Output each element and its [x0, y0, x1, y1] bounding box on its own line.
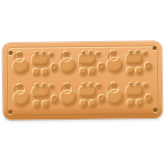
small-round-cavity [32, 100, 40, 108]
cavity-ring [14, 85, 25, 95]
small-bump-cavity [95, 51, 101, 56]
silicone-mold-tray [3, 41, 163, 120]
cavity-ring [52, 96, 56, 100]
small-bump-cavity [142, 50, 148, 55]
cavity-ring [108, 52, 119, 62]
cavity-ring [14, 53, 25, 63]
small-bump-cavity [48, 51, 54, 56]
cavity-group [12, 82, 58, 114]
small-round-cavity [126, 98, 134, 106]
cavity-group [59, 50, 105, 82]
corner-hole [153, 46, 157, 50]
small-round-cavity [79, 99, 87, 107]
small-round-cavity [88, 67, 96, 75]
lobed-cavity [31, 53, 49, 65]
cavity-ring [108, 84, 119, 94]
cavity-ring [61, 52, 72, 62]
product-photo [0, 0, 165, 165]
lobed-cavity [78, 53, 96, 65]
small-round-cavity [41, 67, 49, 75]
knob-cavity [135, 49, 140, 53]
small-round-cavity [41, 99, 49, 107]
cavity-ring [61, 84, 72, 94]
cavity-group [12, 50, 58, 82]
knob-cavity [41, 50, 46, 54]
cavity-ring [146, 63, 150, 67]
small-round-cavity [79, 67, 87, 75]
small-round-cavity [135, 66, 143, 74]
knob-cavity [135, 81, 140, 85]
knob-cavity [34, 83, 39, 87]
corner-hole [153, 108, 157, 112]
cavity-ring [146, 95, 150, 99]
cavity-group [106, 81, 152, 113]
knob-cavity [128, 49, 133, 53]
knob-cavity [88, 82, 93, 86]
small-round-cavity [32, 68, 40, 76]
cavity-ring [99, 64, 103, 68]
small-round-cavity [88, 99, 96, 107]
small-round-cavity [135, 98, 143, 106]
knob-cavity [128, 81, 133, 85]
knob-cavity [34, 51, 39, 55]
cavity-ring [99, 96, 103, 100]
lobed-cavity [31, 85, 49, 97]
knob-cavity [81, 50, 86, 54]
lobed-cavity [78, 85, 96, 97]
knob-cavity [81, 82, 86, 86]
cavity-ring [52, 64, 56, 68]
small-bump-cavity [48, 83, 54, 88]
small-bump-cavity [142, 82, 148, 87]
knob-cavity [41, 82, 46, 86]
lobed-cavity [125, 52, 143, 64]
knob-cavity [88, 50, 93, 54]
cavity-group [59, 82, 105, 114]
small-round-cavity [126, 66, 134, 74]
small-bump-cavity [95, 83, 101, 88]
lobed-cavity [125, 84, 143, 96]
cavity-group [106, 49, 152, 81]
